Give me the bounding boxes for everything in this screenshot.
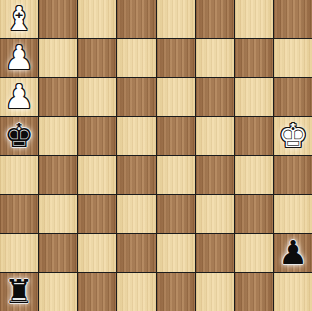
square-g8[interactable]: [235, 0, 273, 38]
square-g4[interactable]: [235, 156, 273, 194]
square-c6[interactable]: [78, 78, 116, 116]
square-c7[interactable]: [78, 39, 116, 77]
square-d6[interactable]: [117, 78, 155, 116]
square-d5[interactable]: [117, 117, 155, 155]
square-e7[interactable]: [157, 39, 195, 77]
square-h7[interactable]: [274, 39, 312, 77]
square-d3[interactable]: [117, 195, 155, 233]
square-a3[interactable]: [0, 195, 38, 233]
square-g1[interactable]: [235, 273, 273, 311]
square-b2[interactable]: [39, 234, 77, 272]
black-rook[interactable]: ♜: [4, 275, 34, 308]
square-g6[interactable]: [235, 78, 273, 116]
square-g3[interactable]: [235, 195, 273, 233]
square-f1[interactable]: [196, 273, 234, 311]
black-king[interactable]: ♚: [4, 119, 34, 152]
square-c5[interactable]: [78, 117, 116, 155]
square-c8[interactable]: [78, 0, 116, 38]
square-a1[interactable]: ♜: [0, 273, 38, 311]
black-pawn[interactable]: ♟: [278, 236, 308, 269]
square-f6[interactable]: [196, 78, 234, 116]
square-h4[interactable]: [274, 156, 312, 194]
chess-board: ♝♟♟♚♚♟♜: [0, 0, 312, 311]
square-f4[interactable]: [196, 156, 234, 194]
square-f2[interactable]: [196, 234, 234, 272]
square-b3[interactable]: [39, 195, 77, 233]
square-b4[interactable]: [39, 156, 77, 194]
square-b6[interactable]: [39, 78, 77, 116]
square-d1[interactable]: [117, 273, 155, 311]
square-e4[interactable]: [157, 156, 195, 194]
square-a2[interactable]: [0, 234, 38, 272]
square-e5[interactable]: [157, 117, 195, 155]
square-d2[interactable]: [117, 234, 155, 272]
square-f8[interactable]: [196, 0, 234, 38]
square-a4[interactable]: [0, 156, 38, 194]
square-h8[interactable]: [274, 0, 312, 38]
square-e8[interactable]: [157, 0, 195, 38]
white-king[interactable]: ♚: [278, 119, 308, 152]
square-a7[interactable]: ♟: [0, 39, 38, 77]
square-h6[interactable]: [274, 78, 312, 116]
square-c2[interactable]: [78, 234, 116, 272]
square-g5[interactable]: [235, 117, 273, 155]
square-d7[interactable]: [117, 39, 155, 77]
white-pawn[interactable]: ♟: [4, 41, 34, 74]
square-e6[interactable]: [157, 78, 195, 116]
square-c1[interactable]: [78, 273, 116, 311]
square-e3[interactable]: [157, 195, 195, 233]
square-a6[interactable]: ♟: [0, 78, 38, 116]
white-bishop[interactable]: ♝: [4, 2, 34, 35]
square-e1[interactable]: [157, 273, 195, 311]
white-pawn[interactable]: ♟: [4, 80, 34, 113]
square-b8[interactable]: [39, 0, 77, 38]
square-g7[interactable]: [235, 39, 273, 77]
square-d4[interactable]: [117, 156, 155, 194]
square-f3[interactable]: [196, 195, 234, 233]
square-a8[interactable]: ♝: [0, 0, 38, 38]
square-h2[interactable]: ♟: [274, 234, 312, 272]
square-g2[interactable]: [235, 234, 273, 272]
square-h1[interactable]: [274, 273, 312, 311]
square-c4[interactable]: [78, 156, 116, 194]
square-e2[interactable]: [157, 234, 195, 272]
square-h5[interactable]: ♚: [274, 117, 312, 155]
square-b7[interactable]: [39, 39, 77, 77]
square-h3[interactable]: [274, 195, 312, 233]
square-d8[interactable]: [117, 0, 155, 38]
square-b5[interactable]: [39, 117, 77, 155]
square-f7[interactable]: [196, 39, 234, 77]
square-a5[interactable]: ♚: [0, 117, 38, 155]
square-b1[interactable]: [39, 273, 77, 311]
square-c3[interactable]: [78, 195, 116, 233]
square-f5[interactable]: [196, 117, 234, 155]
